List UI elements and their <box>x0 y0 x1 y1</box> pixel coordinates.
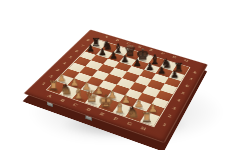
white-knight: ♞ <box>127 105 140 119</box>
black-pawn: ♟ <box>170 70 179 80</box>
black-pawn: ♟ <box>146 62 155 72</box>
black-pawn: ♟ <box>134 58 143 68</box>
white-bishop: ♝ <box>73 86 86 101</box>
black-pawn: ♟ <box>87 44 95 53</box>
white-rook: ♜ <box>141 111 153 124</box>
square-h4 <box>156 90 173 101</box>
black-pawn: ♟ <box>158 66 167 76</box>
black-pawn: ♟ <box>98 47 106 56</box>
white-bishop: ♝ <box>113 100 126 115</box>
scene: ABCDEFGH ABCDEFGH 87654321 87654321 ♜♞♝♛… <box>0 0 240 150</box>
white-knight: ♞ <box>60 83 72 97</box>
square-b4 <box>80 66 97 76</box>
product-photo: ABCDEFGH ABCDEFGH 87654321 87654321 ♜♞♝♛… <box>0 0 240 150</box>
square-h5 <box>160 84 177 95</box>
white-king: ♚ <box>98 93 114 110</box>
rank-label-1: 1 <box>157 119 173 131</box>
black-pawn: ♟ <box>121 55 130 65</box>
white-queen: ♛ <box>85 89 100 105</box>
chess-board: ABCDEFGH ABCDEFGH 87654321 87654321 ♜♞♝♛… <box>24 30 208 144</box>
white-rook: ♜ <box>48 80 59 93</box>
black-pawn: ♟ <box>110 51 119 61</box>
board-frame: ABCDEFGH ABCDEFGH 87654321 87654321 ♜♞♝♛… <box>24 30 208 144</box>
